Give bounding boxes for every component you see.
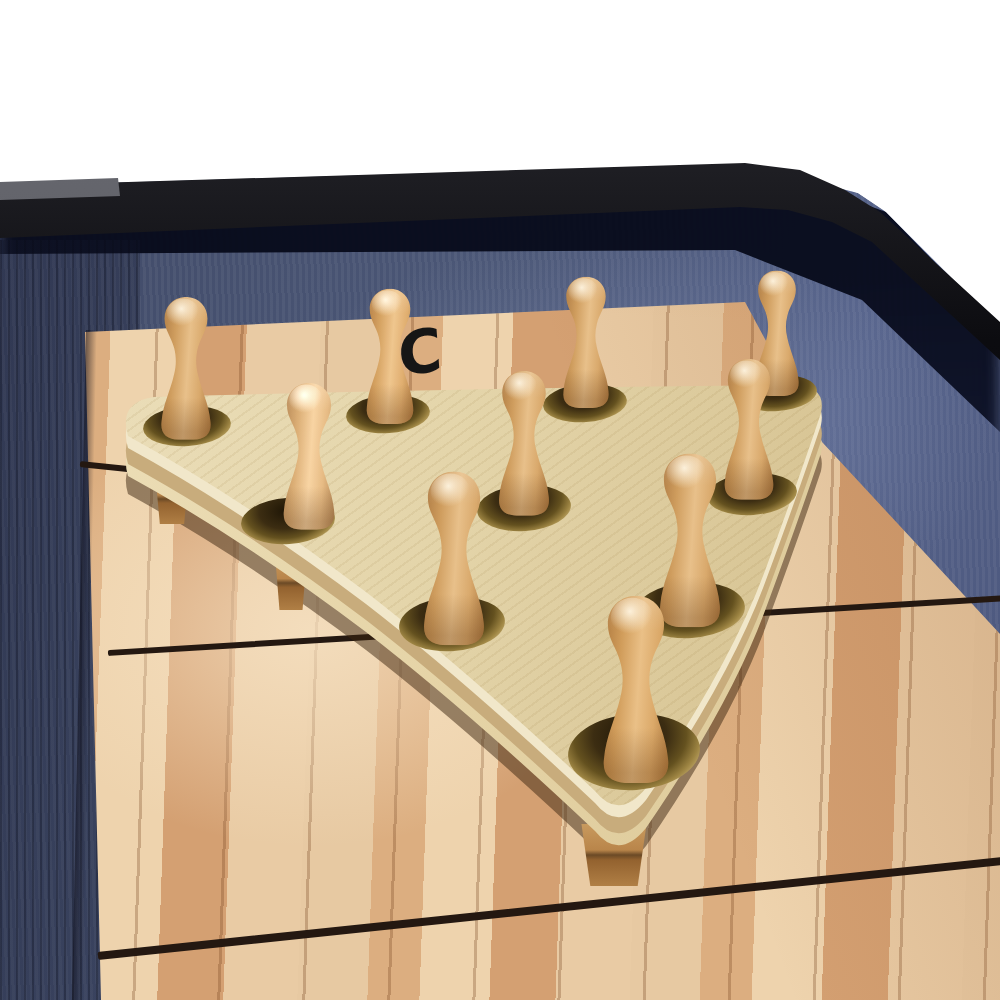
pin-10 <box>588 592 685 786</box>
pin-1-body <box>149 294 223 442</box>
pin-3-body <box>552 274 620 410</box>
pin-5 <box>271 380 347 532</box>
pin-2-body <box>355 286 425 426</box>
pin-8-body <box>409 468 499 648</box>
pin-3 <box>552 274 620 410</box>
pin-10-body <box>588 592 685 786</box>
pin-5-body <box>271 380 347 532</box>
product-photo-scene: C <box>0 0 1000 1000</box>
pin-8 <box>409 468 499 648</box>
pin-2 <box>355 286 425 426</box>
pin-1 <box>149 294 223 442</box>
